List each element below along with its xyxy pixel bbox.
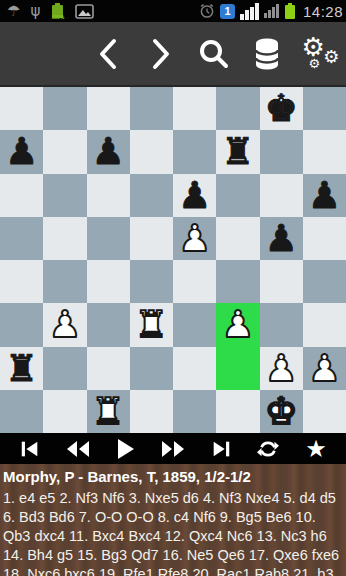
square-b4[interactable]: [43, 260, 86, 303]
clock-time: 14:28: [303, 3, 343, 20]
battery-icon: [284, 3, 296, 19]
square-c5[interactable]: [87, 217, 130, 260]
square-g4[interactable]: [260, 260, 303, 303]
square-c7[interactable]: ♟: [87, 130, 130, 173]
next-game-button[interactable]: [134, 22, 187, 85]
white-king-g1: ♚: [265, 390, 298, 433]
chevron-left-icon: [97, 38, 119, 70]
alarm-clock-icon: [199, 3, 215, 19]
black-pawn-a7: ♟: [5, 130, 38, 173]
skip-to-start-icon: [19, 439, 41, 459]
notification-badge: 1: [220, 4, 235, 19]
square-f7[interactable]: ♜: [216, 130, 259, 173]
previous-game-button[interactable]: [81, 22, 134, 85]
square-f1[interactable]: [216, 390, 259, 433]
square-e1[interactable]: [173, 390, 216, 433]
square-e3[interactable]: [173, 303, 216, 346]
status-bar-right: 1 14:28: [199, 3, 343, 20]
black-rook-f7: ♜: [221, 130, 254, 173]
gallery-icon: [75, 4, 94, 19]
search-icon: [198, 38, 230, 70]
black-rook-a2: ♜: [5, 347, 38, 390]
status-bar-left: ☂ ψ 100%: [7, 3, 94, 19]
chevron-right-icon: [150, 38, 172, 70]
favorite-button[interactable]: ★: [299, 436, 333, 462]
square-b2[interactable]: [43, 347, 86, 390]
skip-to-end-button[interactable]: [204, 436, 238, 462]
square-d6[interactable]: [130, 174, 173, 217]
database-button[interactable]: [240, 22, 293, 85]
square-f6[interactable]: [216, 174, 259, 217]
square-f2[interactable]: [216, 347, 259, 390]
square-e6[interactable]: ♟: [173, 174, 216, 217]
square-b1[interactable]: [43, 390, 86, 433]
battery-percent-label: 100%: [50, 14, 65, 20]
square-a7[interactable]: ♟: [0, 130, 43, 173]
chess-board: ♚♟♟♜♟♟♟♟♟♜♟♜♟♟♜♚: [0, 87, 346, 433]
square-a8[interactable]: [0, 87, 43, 130]
game-title: Morphy, P - Barnes, T, 1859, 1/2-1/2: [3, 468, 343, 485]
play-button[interactable]: [108, 436, 142, 462]
square-g7[interactable]: [260, 130, 303, 173]
white-pawn-h2: ♟: [308, 347, 341, 390]
square-b6[interactable]: [43, 174, 86, 217]
favorite-star-icon: ★: [305, 437, 327, 461]
white-pawn-e5: ♟: [178, 217, 211, 260]
chess-app-screen: ☂ ψ 100% 1: [0, 0, 346, 576]
square-a3[interactable]: [0, 303, 43, 346]
square-a5[interactable]: [0, 217, 43, 260]
settings-gears-icon: ⚙ ⚙ ⚙: [302, 34, 338, 74]
square-h5[interactable]: [303, 217, 346, 260]
square-d7[interactable]: [130, 130, 173, 173]
app-toolbar: ⚙ ⚙ ⚙: [0, 22, 346, 87]
skip-to-start-button[interactable]: [13, 436, 47, 462]
black-pawn-h6: ♟: [308, 174, 341, 217]
square-e8[interactable]: [173, 87, 216, 130]
refresh-flip-icon: [257, 438, 279, 460]
square-c3[interactable]: [87, 303, 130, 346]
square-h2[interactable]: ♟: [303, 347, 346, 390]
square-b8[interactable]: [43, 87, 86, 130]
square-a6[interactable]: [0, 174, 43, 217]
skip-to-end-icon: [210, 439, 232, 459]
square-d5[interactable]: [130, 217, 173, 260]
square-a4[interactable]: [0, 260, 43, 303]
square-b3[interactable]: ♟: [43, 303, 86, 346]
black-pawn-g5: ♟: [265, 217, 298, 260]
game-info-panel: Morphy, P - Barnes, T, 1859, 1/2-1/2 1. …: [0, 464, 346, 576]
square-d8[interactable]: [130, 87, 173, 130]
black-pawn-c7: ♟: [92, 130, 125, 173]
square-e5[interactable]: ♟: [173, 217, 216, 260]
database-icon: [253, 37, 281, 71]
move-list[interactable]: 1. e4 e5 2. Nf3 Nf6 3. Nxe5 d6 4. Nf3 Nx…: [3, 489, 343, 576]
square-g3[interactable]: [260, 303, 303, 346]
settings-button[interactable]: ⚙ ⚙ ⚙: [293, 22, 346, 85]
square-c8[interactable]: [87, 87, 130, 130]
white-pawn-f3: ♟: [221, 303, 254, 346]
square-a1[interactable]: [0, 390, 43, 433]
square-d3[interactable]: ♜: [130, 303, 173, 346]
square-h6[interactable]: ♟: [303, 174, 346, 217]
square-c2[interactable]: [87, 347, 130, 390]
square-b7[interactable]: [43, 130, 86, 173]
square-f3[interactable]: ♟: [216, 303, 259, 346]
square-f4[interactable]: [216, 260, 259, 303]
square-e7[interactable]: [173, 130, 216, 173]
refresh-flip-button[interactable]: [251, 436, 285, 462]
battery-100-icon: 100%: [50, 3, 65, 19]
white-pawn-b3: ♟: [48, 303, 81, 346]
playback-controls: ★: [0, 433, 346, 464]
fast-forward-icon: [161, 439, 185, 459]
square-e2[interactable]: [173, 347, 216, 390]
square-f5[interactable]: [216, 217, 259, 260]
status-bar: ☂ ψ 100% 1: [0, 0, 346, 22]
square-d1[interactable]: [130, 390, 173, 433]
white-rook-d3: ♜: [135, 303, 168, 346]
white-rook-c1: ♜: [92, 390, 125, 433]
white-pawn-g2: ♟: [265, 347, 298, 390]
search-button[interactable]: [187, 22, 240, 85]
square-c6[interactable]: [87, 174, 130, 217]
umbrella-icon: ☂: [7, 4, 20, 19]
rewind-icon: [66, 439, 90, 459]
square-h7[interactable]: [303, 130, 346, 173]
square-g1[interactable]: ♚: [260, 390, 303, 433]
usb-icon: ψ: [30, 4, 40, 19]
play-icon: [115, 438, 135, 460]
square-d4[interactable]: [130, 260, 173, 303]
square-c1[interactable]: ♜: [87, 390, 130, 433]
square-b5[interactable]: [43, 217, 86, 260]
square-g6[interactable]: [260, 174, 303, 217]
square-a2[interactable]: ♜: [0, 347, 43, 390]
square-d2[interactable]: [130, 347, 173, 390]
square-h8[interactable]: [303, 87, 346, 130]
square-g8[interactable]: ♚: [260, 87, 303, 130]
square-h1[interactable]: [303, 390, 346, 433]
square-h3[interactable]: [303, 303, 346, 346]
signal-bars-secondary-icon: [264, 4, 279, 18]
square-g5[interactable]: ♟: [260, 217, 303, 260]
fast-forward-button[interactable]: [156, 436, 190, 462]
square-e4[interactable]: [173, 260, 216, 303]
square-h4[interactable]: [303, 260, 346, 303]
rewind-button[interactable]: [61, 436, 95, 462]
square-f8[interactable]: [216, 87, 259, 130]
square-g2[interactable]: ♟: [260, 347, 303, 390]
black-pawn-e6: ♟: [178, 174, 211, 217]
square-c4[interactable]: [87, 260, 130, 303]
signal-bars-icon: [240, 3, 259, 20]
black-king-g8: ♚: [265, 87, 298, 130]
